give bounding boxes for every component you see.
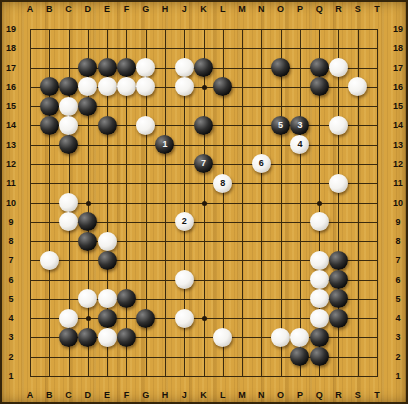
row-label-right-12: 12 (393, 159, 403, 169)
stone-white-L11: 8 (213, 174, 232, 193)
stone-black-C3 (59, 328, 78, 347)
stone-black-F17 (117, 58, 136, 77)
stone-white-O3 (271, 328, 290, 347)
grid-line-row-18 (30, 48, 378, 49)
stone-black-B14 (40, 116, 59, 135)
col-label-top-E: E (104, 4, 110, 14)
stone-white-G17 (136, 58, 155, 77)
col-label-top-Q: Q (316, 4, 323, 14)
stone-black-C13 (59, 135, 78, 154)
col-label-bottom-N: N (258, 390, 265, 400)
col-label-bottom-F: F (124, 390, 130, 400)
row-label-right-4: 4 (395, 313, 400, 323)
col-label-bottom-A: A (27, 390, 34, 400)
col-label-bottom-S: S (355, 390, 361, 400)
stone-black-R6 (329, 270, 348, 289)
stone-white-S16 (348, 77, 367, 96)
col-label-top-R: R (335, 4, 342, 14)
stone-black-B16 (40, 77, 59, 96)
stone-white-J17 (175, 58, 194, 77)
stone-black-E4 (98, 309, 117, 328)
row-label-right-14: 14 (393, 120, 403, 130)
stone-black-R7 (329, 251, 348, 270)
stone-black-C16 (59, 77, 78, 96)
stone-black-D9 (78, 212, 97, 231)
stone-black-R5 (329, 289, 348, 308)
row-label-left-9: 9 (8, 217, 13, 227)
row-label-left-8: 8 (8, 236, 13, 246)
move-number-7: 7 (201, 154, 206, 173)
stone-black-F5 (117, 289, 136, 308)
col-label-top-L: L (220, 4, 226, 14)
col-label-top-T: T (374, 4, 380, 14)
stone-white-E8 (98, 232, 117, 251)
grid-line-row-19 (30, 29, 378, 30)
stone-white-J9: 2 (175, 212, 194, 231)
stone-black-Q17 (310, 58, 329, 77)
col-label-top-A: A (27, 4, 34, 14)
go-board-screen: AABBCCDDEEFFGGHHJJKKLLMMNNOOPPQQRRSSTT19… (0, 0, 408, 404)
stone-white-R11 (329, 174, 348, 193)
stone-white-Q9 (310, 212, 329, 231)
stone-white-R17 (329, 58, 348, 77)
grid-line-row-11 (30, 183, 378, 184)
stone-black-K14 (194, 116, 213, 135)
col-label-top-O: O (277, 4, 284, 14)
row-label-right-10: 10 (393, 198, 403, 208)
stone-white-C14 (59, 116, 78, 135)
col-label-bottom-H: H (162, 390, 169, 400)
move-number-2: 2 (182, 212, 187, 231)
col-label-bottom-O: O (277, 390, 284, 400)
grid-line-row-13 (30, 145, 378, 146)
row-label-right-1: 1 (395, 371, 400, 381)
stone-white-Q5 (310, 289, 329, 308)
star-point-K4 (202, 316, 207, 321)
col-label-top-H: H (162, 4, 169, 14)
stone-black-Q2 (310, 347, 329, 366)
col-label-bottom-G: G (142, 390, 149, 400)
col-label-top-F: F (124, 4, 130, 14)
row-label-right-13: 13 (393, 140, 403, 150)
stone-black-D8 (78, 232, 97, 251)
go-board[interactable]: AABBCCDDEEFFGGHHJJKKLLMMNNOOPPQQRRSSTT19… (0, 0, 408, 404)
stone-black-K12: 7 (194, 154, 213, 173)
stone-white-J6 (175, 270, 194, 289)
stone-white-C10 (59, 193, 78, 212)
col-label-bottom-E: E (104, 390, 110, 400)
row-label-left-16: 16 (6, 82, 16, 92)
row-label-left-10: 10 (6, 198, 16, 208)
grid-line-row-1 (30, 376, 378, 377)
row-label-right-8: 8 (395, 236, 400, 246)
stone-white-D16 (78, 77, 97, 96)
col-label-top-J: J (182, 4, 187, 14)
stone-white-J4 (175, 309, 194, 328)
row-label-left-2: 2 (8, 352, 13, 362)
row-label-left-15: 15 (6, 101, 16, 111)
col-label-top-P: P (297, 4, 303, 14)
stone-white-F16 (117, 77, 136, 96)
row-label-right-17: 17 (393, 63, 403, 73)
col-label-bottom-P: P (297, 390, 303, 400)
move-number-5: 5 (278, 116, 283, 135)
stone-black-B15 (40, 97, 59, 116)
stone-black-E7 (98, 251, 117, 270)
row-label-right-6: 6 (395, 275, 400, 285)
stone-white-B7 (40, 251, 59, 270)
stone-white-P13: 4 (290, 135, 309, 154)
col-label-top-B: B (46, 4, 53, 14)
stone-black-P14: 3 (290, 116, 309, 135)
move-number-1: 1 (162, 135, 167, 154)
stone-black-O17 (271, 58, 290, 77)
stone-white-R14 (329, 116, 348, 135)
col-label-bottom-R: R (335, 390, 342, 400)
stone-white-L3 (213, 328, 232, 347)
col-label-bottom-J: J (182, 390, 187, 400)
move-number-3: 3 (297, 116, 302, 135)
row-label-right-2: 2 (395, 352, 400, 362)
row-label-right-16: 16 (393, 82, 403, 92)
row-label-left-1: 1 (8, 371, 13, 381)
stone-black-H13: 1 (155, 135, 174, 154)
col-label-bottom-B: B (46, 390, 53, 400)
col-label-top-D: D (85, 4, 92, 14)
stone-white-C9 (59, 212, 78, 231)
row-label-left-6: 6 (8, 275, 13, 285)
stone-black-D15 (78, 97, 97, 116)
row-label-left-13: 13 (6, 140, 16, 150)
move-number-6: 6 (259, 154, 264, 173)
col-label-top-K: K (200, 4, 207, 14)
col-label-top-M: M (238, 4, 246, 14)
col-label-top-C: C (65, 4, 72, 14)
star-point-Q10 (317, 201, 322, 206)
stone-black-D3 (78, 328, 97, 347)
row-label-left-18: 18 (6, 43, 16, 53)
star-point-K10 (202, 201, 207, 206)
col-label-bottom-D: D (85, 390, 92, 400)
row-label-left-3: 3 (8, 332, 13, 342)
stone-black-P2 (290, 347, 309, 366)
col-label-top-S: S (355, 4, 361, 14)
stone-white-E5 (98, 289, 117, 308)
move-number-8: 8 (220, 174, 225, 193)
row-label-left-17: 17 (6, 63, 16, 73)
col-label-bottom-C: C (65, 390, 72, 400)
row-label-right-15: 15 (393, 101, 403, 111)
stone-black-D17 (78, 58, 97, 77)
row-label-right-18: 18 (393, 43, 403, 53)
col-label-bottom-Q: Q (316, 390, 323, 400)
row-label-left-11: 11 (6, 178, 16, 188)
stone-white-C4 (59, 309, 78, 328)
stone-white-D5 (78, 289, 97, 308)
row-label-left-19: 19 (6, 24, 16, 34)
stone-black-O14: 5 (271, 116, 290, 135)
row-label-left-7: 7 (8, 255, 13, 265)
stone-black-E14 (98, 116, 117, 135)
row-label-right-3: 3 (395, 332, 400, 342)
stone-white-Q6 (310, 270, 329, 289)
stone-black-E17 (98, 58, 117, 77)
stone-white-Q7 (310, 251, 329, 270)
stone-black-Q3 (310, 328, 329, 347)
stone-white-C15 (59, 97, 78, 116)
star-point-D4 (86, 316, 91, 321)
row-label-left-5: 5 (8, 294, 13, 304)
stone-white-E3 (98, 328, 117, 347)
stone-white-E16 (98, 77, 117, 96)
star-point-K16 (202, 85, 207, 90)
col-label-top-N: N (258, 4, 265, 14)
stone-black-F3 (117, 328, 136, 347)
col-label-bottom-L: L (220, 390, 226, 400)
stone-white-P3 (290, 328, 309, 347)
row-label-right-5: 5 (395, 294, 400, 304)
move-number-4: 4 (297, 135, 302, 154)
row-label-right-7: 7 (395, 255, 400, 265)
row-label-right-11: 11 (393, 178, 403, 188)
star-point-D10 (86, 201, 91, 206)
stone-white-Q4 (310, 309, 329, 328)
row-label-left-12: 12 (6, 159, 16, 169)
col-label-bottom-M: M (238, 390, 246, 400)
stone-black-L16 (213, 77, 232, 96)
col-label-bottom-K: K (200, 390, 207, 400)
row-label-right-9: 9 (395, 217, 400, 227)
row-label-left-4: 4 (8, 313, 13, 323)
stone-black-Q16 (310, 77, 329, 96)
stone-white-G16 (136, 77, 155, 96)
stone-black-G4 (136, 309, 155, 328)
stone-white-G14 (136, 116, 155, 135)
stone-black-K17 (194, 58, 213, 77)
row-label-left-14: 14 (6, 120, 16, 130)
stone-white-J16 (175, 77, 194, 96)
stone-white-N12: 6 (252, 154, 271, 173)
stone-black-R4 (329, 309, 348, 328)
col-label-bottom-T: T (374, 390, 380, 400)
col-label-top-G: G (142, 4, 149, 14)
row-label-right-19: 19 (393, 24, 403, 34)
